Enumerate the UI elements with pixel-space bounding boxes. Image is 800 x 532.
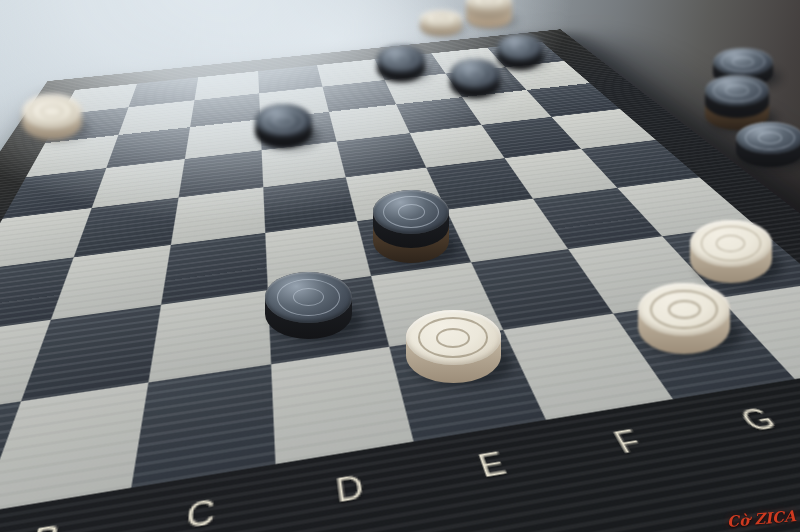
engraved-ring-inner <box>668 300 701 319</box>
engraved-ring-inner <box>512 42 529 52</box>
piece-top-face <box>406 310 501 365</box>
piece-top-face <box>705 75 769 106</box>
engraved-ring-inner <box>436 328 470 348</box>
piece-top-face <box>265 272 351 322</box>
piece-top-face <box>690 220 772 267</box>
white-g1[interactable] <box>638 283 730 354</box>
white-a7[interactable] <box>22 94 82 140</box>
black-d2[interactable] <box>265 272 351 339</box>
piece-top-face <box>420 10 462 28</box>
engraved-ring-inner <box>725 85 748 96</box>
white-e1[interactable] <box>406 310 501 383</box>
engraved-ring-inner <box>41 105 63 118</box>
white-h2[interactable] <box>690 220 772 283</box>
engraved-ring-inner <box>398 204 425 220</box>
scene: ABCDEFGH Cờ ZICA <box>0 0 800 532</box>
piece-top-face <box>373 190 449 234</box>
black-h8[interactable] <box>497 34 543 70</box>
engraved-ring-inner <box>758 132 782 144</box>
piece-top-face <box>22 94 82 129</box>
black-d6[interactable] <box>255 104 311 147</box>
black-g7[interactable] <box>450 59 501 98</box>
black-off-3[interactable] <box>736 122 800 168</box>
engraved-ring-inner <box>732 57 754 67</box>
piece-top-face <box>713 48 773 76</box>
piece-top-face <box>736 122 800 155</box>
piece-top-face <box>497 34 543 61</box>
pieces-layer <box>0 0 800 532</box>
piece-top-face <box>450 59 501 88</box>
piece-top-face <box>255 104 311 137</box>
black-king-e3[interactable] <box>373 190 449 262</box>
black-f8[interactable] <box>377 45 424 81</box>
white-off-stack[interactable] <box>466 0 512 28</box>
piece-top-face <box>377 45 424 72</box>
white-off-single[interactable] <box>420 10 462 36</box>
engraved-ring-inner <box>273 115 293 127</box>
engraved-ring-inner <box>393 54 410 64</box>
engraved-ring-inner <box>433 16 448 22</box>
piece-top-face <box>638 283 730 336</box>
